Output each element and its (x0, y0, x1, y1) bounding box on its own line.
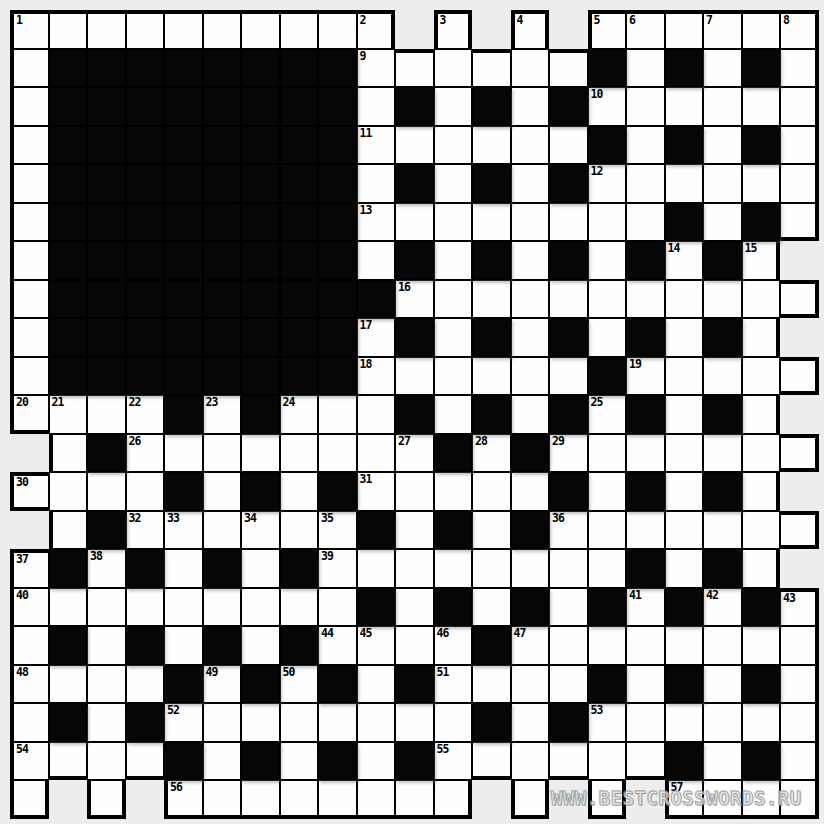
grid-cell[interactable] (395, 357, 434, 396)
grid-cell[interactable] (126, 10, 165, 49)
grid-cell[interactable] (665, 549, 704, 588)
clue-number: 14 (668, 242, 680, 255)
grid-cell[interactable] (241, 434, 280, 473)
grid-cell[interactable] (626, 511, 665, 550)
grid-cell[interactable]: 36 (549, 511, 588, 550)
grid-cell[interactable] (241, 10, 280, 49)
grid-cell[interactable]: 13 (357, 203, 396, 242)
grid-cell[interactable] (588, 626, 627, 665)
grid-cell[interactable]: 31 (357, 472, 396, 511)
grid-cell[interactable] (280, 10, 319, 49)
grid-cell[interactable] (549, 203, 588, 242)
grid-cell[interactable] (511, 780, 550, 819)
grid-cell[interactable] (395, 511, 434, 550)
grid-cell[interactable] (626, 126, 665, 165)
grid-cell (395, 164, 434, 203)
grid-cell[interactable] (626, 87, 665, 126)
grid-cell[interactable]: 6 (626, 10, 665, 49)
grid-cell[interactable] (280, 472, 319, 511)
grid-cell[interactable]: 18 (357, 357, 396, 396)
grid-cell[interactable] (357, 434, 396, 473)
grid-cell[interactable] (395, 549, 434, 588)
grid-cell[interactable]: 1 (10, 10, 49, 49)
grid-cell[interactable] (10, 318, 49, 357)
grid-cell[interactable] (395, 588, 434, 627)
grid-cell[interactable] (357, 742, 396, 781)
grid-cell[interactable] (434, 780, 473, 819)
grid-cell[interactable] (434, 203, 473, 242)
clue-number: 48 (16, 666, 28, 679)
grid-cell[interactable]: 4 (511, 10, 550, 49)
grid-cell[interactable] (203, 588, 242, 627)
grid-cell (203, 357, 242, 396)
grid-cell[interactable] (626, 164, 665, 203)
grid-cell[interactable]: 29 (549, 434, 588, 473)
grid-cell[interactable] (472, 472, 511, 511)
grid-cell[interactable] (10, 49, 49, 88)
clue-number: 45 (360, 627, 372, 640)
grid-cell[interactable] (472, 511, 511, 550)
grid-cell[interactable]: 44 (318, 626, 357, 665)
grid-cell[interactable] (549, 549, 588, 588)
grid-cell[interactable] (241, 626, 280, 665)
grid-cell[interactable] (49, 472, 88, 511)
grid-cell[interactable] (665, 626, 704, 665)
grid-cell[interactable] (10, 164, 49, 203)
grid-cell[interactable]: 41 (626, 588, 665, 627)
grid-cell (742, 126, 781, 165)
grid-cell[interactable] (357, 549, 396, 588)
grid-cell[interactable] (703, 703, 742, 742)
grid-cell[interactable] (318, 10, 357, 49)
grid-cell[interactable] (742, 10, 781, 49)
grid-cell[interactable] (742, 318, 781, 357)
grid-cell[interactable] (511, 87, 550, 126)
grid-cell[interactable] (511, 665, 550, 704)
grid-cell[interactable] (703, 511, 742, 550)
grid-cell[interactable] (318, 703, 357, 742)
grid-cell[interactable]: 27 (395, 434, 434, 473)
grid-cell[interactable] (511, 203, 550, 242)
grid-cell[interactable] (703, 280, 742, 319)
grid-cell[interactable] (472, 588, 511, 627)
grid-cell[interactable] (164, 549, 203, 588)
grid-cell[interactable] (742, 626, 781, 665)
grid-cell[interactable] (280, 511, 319, 550)
grid-cell[interactable] (511, 742, 550, 781)
grid-cell[interactable] (472, 203, 511, 242)
grid-cell[interactable]: 47 (511, 626, 550, 665)
grid-cell[interactable] (626, 434, 665, 473)
grid-cell[interactable] (10, 357, 49, 396)
grid-cell[interactable] (780, 742, 819, 781)
grid-cell[interactable] (87, 395, 126, 434)
grid-cell[interactable] (472, 280, 511, 319)
grid-cell[interactable] (665, 280, 704, 319)
grid-cell[interactable] (357, 164, 396, 203)
grid-cell[interactable]: 21 (49, 395, 88, 434)
grid-cell[interactable] (780, 164, 819, 203)
grid-cell[interactable] (549, 280, 588, 319)
grid-cell[interactable] (280, 588, 319, 627)
grid-cell[interactable] (742, 357, 781, 396)
grid-cell[interactable] (780, 511, 819, 550)
grid-cell[interactable] (742, 434, 781, 473)
grid-cell[interactable] (703, 126, 742, 165)
grid-cell[interactable] (665, 357, 704, 396)
grid-cell[interactable]: 7 (703, 10, 742, 49)
grid-cell[interactable] (434, 164, 473, 203)
grid-cell[interactable] (472, 742, 511, 781)
grid-cell[interactable] (665, 87, 704, 126)
grid-cell[interactable]: 46 (434, 626, 473, 665)
grid-cell[interactable] (434, 472, 473, 511)
grid-cell[interactable] (742, 549, 781, 588)
grid-cell[interactable]: 10 (588, 87, 627, 126)
grid-cell[interactable] (511, 49, 550, 88)
grid-cell (126, 280, 165, 319)
grid-cell[interactable]: 50 (280, 665, 319, 704)
grid-cell[interactable]: 11 (357, 126, 396, 165)
grid-cell[interactable]: 22 (126, 395, 165, 434)
grid-cell[interactable] (780, 357, 819, 396)
grid-cell[interactable] (164, 434, 203, 473)
grid-cell[interactable] (357, 780, 396, 819)
grid-cell[interactable] (87, 780, 126, 819)
grid-cell[interactable] (434, 703, 473, 742)
grid-cell[interactable]: 32 (126, 511, 165, 550)
grid-cell[interactable] (10, 280, 49, 319)
grid-cell[interactable] (357, 665, 396, 704)
grid-cell[interactable] (626, 280, 665, 319)
grid-cell[interactable] (49, 665, 88, 704)
grid-cell[interactable] (780, 626, 819, 665)
grid-cell[interactable] (241, 549, 280, 588)
grid-cell (665, 126, 704, 165)
grid-cell[interactable] (203, 742, 242, 781)
clue-number: 21 (52, 396, 64, 409)
grid-cell[interactable]: 52 (164, 703, 203, 742)
grid-cell[interactable] (780, 280, 819, 319)
grid-cell[interactable] (511, 395, 550, 434)
grid-cell[interactable] (10, 703, 49, 742)
grid-cell[interactable] (395, 203, 434, 242)
grid-cell[interactable] (511, 126, 550, 165)
grid-cell[interactable]: 55 (434, 742, 473, 781)
grid-cell[interactable]: 49 (203, 665, 242, 704)
grid-cell[interactable] (742, 280, 781, 319)
grid-cell[interactable] (318, 434, 357, 473)
grid-cell[interactable] (511, 703, 550, 742)
grid-cell[interactable] (626, 742, 665, 781)
grid-cell[interactable] (87, 742, 126, 781)
grid-cell[interactable] (280, 703, 319, 742)
grid-cell[interactable]: 24 (280, 395, 319, 434)
grid-cell[interactable]: 2 (357, 10, 396, 49)
grid-cell[interactable] (434, 357, 473, 396)
grid-cell[interactable] (203, 780, 242, 819)
grid-cell[interactable] (49, 434, 88, 473)
grid-cell[interactable] (280, 780, 319, 819)
grid-cell[interactable] (203, 10, 242, 49)
grid-cell[interactable] (357, 87, 396, 126)
grid-cell[interactable] (549, 49, 588, 88)
grid-cell (395, 742, 434, 781)
grid-cell[interactable]: 45 (357, 626, 396, 665)
grid-cell[interactable] (395, 780, 434, 819)
grid-cell[interactable] (703, 87, 742, 126)
grid-cell[interactable] (395, 626, 434, 665)
grid-cell[interactable]: 12 (588, 164, 627, 203)
grid-cell[interactable] (434, 395, 473, 434)
grid-cell (241, 203, 280, 242)
grid-cell (280, 318, 319, 357)
grid-cell[interactable] (434, 49, 473, 88)
grid-cell (164, 742, 203, 781)
grid-cell[interactable] (742, 87, 781, 126)
clue-number: 35 (321, 512, 333, 525)
grid-cell[interactable]: 8 (780, 10, 819, 49)
grid-cell[interactable]: 15 (742, 241, 781, 280)
grid-cell[interactable] (318, 395, 357, 434)
grid-cell[interactable] (395, 703, 434, 742)
grid-cell[interactable] (49, 511, 88, 550)
grid-cell[interactable] (434, 87, 473, 126)
grid-cell[interactable] (665, 395, 704, 434)
grid-cell[interactable] (434, 318, 473, 357)
grid-cell[interactable] (241, 780, 280, 819)
grid-cell (203, 49, 242, 88)
grid-cell (549, 472, 588, 511)
grid-cell[interactable] (780, 126, 819, 165)
grid-cell[interactable] (10, 87, 49, 126)
grid-cell[interactable] (780, 703, 819, 742)
grid-cell[interactable] (49, 742, 88, 781)
grid-cell[interactable] (472, 49, 511, 88)
grid-cell[interactable] (318, 588, 357, 627)
grid-cell[interactable] (588, 318, 627, 357)
grid-cell[interactable] (87, 472, 126, 511)
grid-cell[interactable] (357, 395, 396, 434)
grid-cell[interactable]: 25 (588, 395, 627, 434)
grid-cell[interactable] (588, 280, 627, 319)
grid-cell[interactable] (87, 10, 126, 49)
grid-cell[interactable] (588, 511, 627, 550)
grid-cell[interactable] (665, 318, 704, 357)
grid-cell[interactable] (511, 472, 550, 511)
grid-cell[interactable] (703, 742, 742, 781)
grid-cell[interactable] (780, 87, 819, 126)
grid-cell[interactable] (626, 703, 665, 742)
grid-cell[interactable]: 16 (395, 280, 434, 319)
grid-cell[interactable] (588, 549, 627, 588)
grid-cell[interactable] (49, 10, 88, 49)
grid-cell[interactable] (626, 49, 665, 88)
grid-cell[interactable]: 33 (164, 511, 203, 550)
grid-cell[interactable] (703, 203, 742, 242)
grid-cell[interactable] (626, 203, 665, 242)
grid-cell[interactable]: 51 (434, 665, 473, 704)
grid-cell (241, 318, 280, 357)
grid-cell[interactable] (126, 665, 165, 704)
grid-cell[interactable] (164, 10, 203, 49)
grid-cell[interactable]: 28 (472, 434, 511, 473)
grid-cell[interactable] (434, 241, 473, 280)
grid-cell[interactable]: 42 (703, 588, 742, 627)
grid-cell[interactable]: 19 (626, 357, 665, 396)
grid-cell[interactable] (472, 665, 511, 704)
grid-cell[interactable] (87, 665, 126, 704)
grid-cell[interactable] (87, 588, 126, 627)
grid-cell[interactable] (10, 241, 49, 280)
void-gap (395, 10, 434, 49)
grid-cell[interactable]: 48 (10, 665, 49, 704)
grid-cell[interactable] (588, 241, 627, 280)
grid-cell[interactable] (626, 665, 665, 704)
grid-cell[interactable] (434, 549, 473, 588)
grid-cell[interactable] (588, 203, 627, 242)
clue-number: 1 (16, 14, 22, 27)
grid-cell[interactable] (626, 626, 665, 665)
grid-cell[interactable] (280, 742, 319, 781)
grid-cell[interactable]: 39 (318, 549, 357, 588)
grid-cell[interactable]: 38 (87, 549, 126, 588)
grid-cell[interactable] (318, 780, 357, 819)
grid-cell[interactable] (395, 126, 434, 165)
grid-cell[interactable] (780, 665, 819, 704)
void-gap (472, 780, 511, 819)
grid-cell[interactable]: 37 (10, 549, 49, 588)
grid-cell[interactable] (742, 472, 781, 511)
grid-cell[interactable] (703, 357, 742, 396)
grid-cell[interactable] (511, 280, 550, 319)
grid-cell[interactable] (511, 549, 550, 588)
grid-cell[interactable]: 3 (434, 10, 473, 49)
grid-cell[interactable]: 34 (241, 511, 280, 550)
grid-cell[interactable] (511, 241, 550, 280)
grid-cell[interactable] (126, 472, 165, 511)
grid-cell[interactable] (780, 49, 819, 88)
grid-cell[interactable]: 30 (10, 472, 49, 511)
grid-cell[interactable] (434, 280, 473, 319)
grid-cell[interactable] (742, 703, 781, 742)
grid-cell (241, 357, 280, 396)
grid-cell[interactable] (703, 164, 742, 203)
grid-cell[interactable] (126, 588, 165, 627)
grid-cell[interactable] (49, 588, 88, 627)
grid-cell[interactable] (203, 511, 242, 550)
grid-cell[interactable] (742, 511, 781, 550)
grid-cell[interactable] (703, 434, 742, 473)
grid-cell[interactable] (10, 126, 49, 165)
grid-cell[interactable]: 17 (357, 318, 396, 357)
grid-cell[interactable] (434, 126, 473, 165)
grid-cell[interactable] (588, 742, 627, 781)
grid-cell (434, 434, 473, 473)
grid-cell[interactable] (357, 241, 396, 280)
grid-cell[interactable]: 54 (10, 742, 49, 781)
grid-cell[interactable] (164, 588, 203, 627)
grid-cell[interactable] (395, 49, 434, 88)
grid-cell[interactable] (126, 742, 165, 781)
grid-cell[interactable] (203, 472, 242, 511)
grid-cell (280, 87, 319, 126)
grid-cell[interactable] (10, 780, 49, 819)
grid-cell[interactable] (665, 703, 704, 742)
grid-cell[interactable]: 56 (164, 780, 203, 819)
grid-cell[interactable] (10, 203, 49, 242)
grid-cell[interactable] (549, 588, 588, 627)
grid-cell[interactable] (703, 665, 742, 704)
grid-cell[interactable] (203, 434, 242, 473)
grid-cell[interactable] (588, 472, 627, 511)
grid-cell[interactable]: 23 (203, 395, 242, 434)
grid-cell[interactable] (472, 357, 511, 396)
grid-cell[interactable] (703, 49, 742, 88)
grid-cell (280, 203, 319, 242)
grid-cell[interactable] (549, 357, 588, 396)
grid-cell[interactable] (511, 357, 550, 396)
grid-cell[interactable] (357, 703, 396, 742)
grid-cell[interactable] (665, 472, 704, 511)
grid-cell (588, 588, 627, 627)
grid-cell[interactable] (164, 626, 203, 665)
grid-cell[interactable] (395, 472, 434, 511)
grid-cell[interactable] (87, 626, 126, 665)
grid-cell (472, 703, 511, 742)
grid-cell (164, 472, 203, 511)
clue-number: 8 (783, 14, 789, 27)
grid-cell[interactable]: 35 (318, 511, 357, 550)
grid-cell[interactable] (472, 549, 511, 588)
grid-cell[interactable] (549, 626, 588, 665)
grid-cell[interactable] (87, 703, 126, 742)
grid-cell[interactable] (472, 126, 511, 165)
grid-cell[interactable]: 53 (588, 703, 627, 742)
clue-number: 2 (360, 14, 366, 27)
grid-cell[interactable]: 20 (10, 395, 49, 434)
grid-cell[interactable]: 5 (588, 10, 627, 49)
grid-cell[interactable] (780, 434, 819, 473)
grid-cell[interactable] (511, 164, 550, 203)
grid-cell[interactable] (588, 434, 627, 473)
grid-cell[interactable] (665, 10, 704, 49)
grid-cell[interactable]: 14 (665, 241, 704, 280)
grid-cell[interactable] (549, 742, 588, 781)
grid-cell[interactable] (665, 164, 704, 203)
grid-cell[interactable] (665, 434, 704, 473)
grid-cell[interactable] (241, 588, 280, 627)
grid-cell (164, 241, 203, 280)
grid-cell[interactable] (780, 203, 819, 242)
grid-cell[interactable] (10, 626, 49, 665)
grid-cell[interactable]: 26 (126, 434, 165, 473)
grid-cell[interactable] (241, 703, 280, 742)
grid-cell[interactable] (665, 511, 704, 550)
grid-cell[interactable]: 40 (10, 588, 49, 627)
clue-number: 24 (283, 396, 295, 409)
grid-cell[interactable] (511, 318, 550, 357)
grid-cell[interactable] (703, 626, 742, 665)
grid-cell[interactable] (742, 164, 781, 203)
grid-cell[interactable]: 9 (357, 49, 396, 88)
grid-cell[interactable] (280, 434, 319, 473)
grid-cell[interactable]: 43 (780, 588, 819, 627)
grid-cell[interactable] (549, 126, 588, 165)
grid-cell[interactable] (549, 665, 588, 704)
grid-cell[interactable] (203, 703, 242, 742)
grid-cell[interactable] (742, 395, 781, 434)
